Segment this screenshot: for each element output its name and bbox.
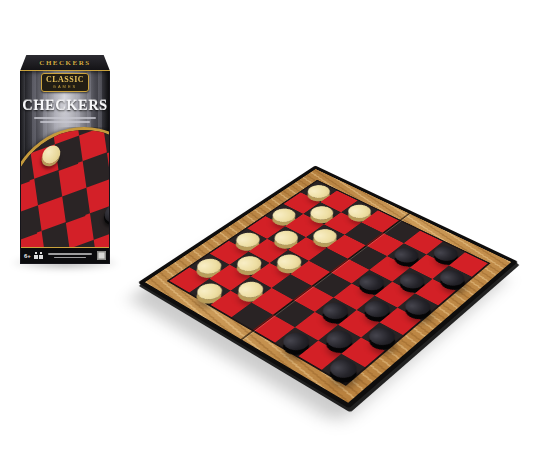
board-black-rim <box>138 165 518 408</box>
classic-games-badge: CLASSIC GAMES <box>41 73 89 92</box>
box-lid-top: CHECKERS <box>20 55 110 71</box>
badge-line1: CLASSIC <box>42 76 88 84</box>
box-title: CHECKERS <box>21 97 109 114</box>
players-icon <box>34 252 43 259</box>
checkers-board <box>138 165 518 408</box>
box-art-cream-piece <box>41 143 61 167</box>
age-label: 6+ <box>24 253 31 259</box>
box-art <box>21 127 109 247</box>
box-footer-strip: 6+ <box>21 247 109 263</box>
board-wood-border <box>145 169 511 403</box>
footer-text-lines <box>46 253 94 258</box>
board-grid <box>166 180 490 386</box>
box-subtext-line <box>40 121 90 123</box>
box-art-black-piece <box>103 202 109 226</box>
box-subtext-line <box>34 117 96 119</box>
badge-line2: GAMES <box>42 84 88 89</box>
checkers-box: CHECKERS CLASSIC GAMES CHECKERS 6+ <box>20 55 110 263</box>
box-art-checkerboard <box>21 127 109 247</box>
box-lid-label: CHECKERS <box>39 59 90 67</box>
box-art-oval-board <box>21 127 109 247</box>
box-front-panel: CLASSIC GAMES CHECKERS 6+ <box>20 71 110 264</box>
product-photo-scene: CHECKERS CLASSIC GAMES CHECKERS 6+ <box>0 0 551 475</box>
publisher-logo <box>97 251 106 260</box>
